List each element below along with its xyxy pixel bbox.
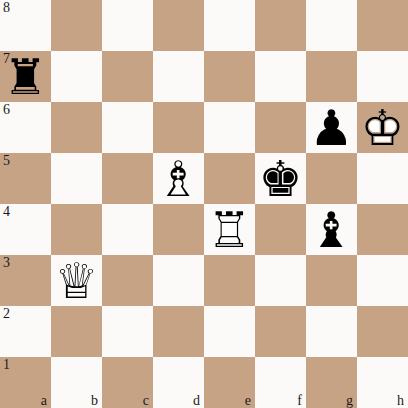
square-d2[interactable] bbox=[153, 306, 204, 357]
square-c8[interactable] bbox=[102, 0, 153, 51]
square-c4[interactable] bbox=[102, 204, 153, 255]
white-queen-piece[interactable]: ♛♕ bbox=[51, 255, 102, 306]
square-g7[interactable] bbox=[306, 51, 357, 102]
file-label-a: a bbox=[41, 393, 47, 408]
file-label-h: h bbox=[397, 393, 404, 408]
square-b1[interactable]: b bbox=[51, 357, 102, 408]
square-e4[interactable]: ♜♖ bbox=[204, 204, 255, 255]
file-label-b: b bbox=[91, 393, 98, 408]
square-d4[interactable] bbox=[153, 204, 204, 255]
white-bishop-piece[interactable]: ♝♗ bbox=[153, 153, 204, 204]
square-a5[interactable]: 5 bbox=[0, 153, 51, 204]
rank-label-3: 3 bbox=[3, 255, 10, 271]
square-g6[interactable]: ♟ bbox=[306, 102, 357, 153]
file-label-e: e bbox=[245, 393, 251, 408]
square-f1[interactable]: f bbox=[255, 357, 306, 408]
square-c6[interactable] bbox=[102, 102, 153, 153]
square-a7[interactable]: 7♜ bbox=[0, 51, 51, 102]
square-e3[interactable] bbox=[204, 255, 255, 306]
file-label-g: g bbox=[346, 393, 353, 408]
square-e8[interactable] bbox=[204, 0, 255, 51]
file-label-d: d bbox=[193, 393, 200, 408]
black-bishop-piece[interactable]: ♝ bbox=[306, 204, 357, 255]
square-b2[interactable] bbox=[51, 306, 102, 357]
rank-label-7: 7 bbox=[3, 51, 10, 67]
square-d6[interactable] bbox=[153, 102, 204, 153]
square-a1[interactable]: 1a bbox=[0, 357, 51, 408]
square-a8[interactable]: 8 bbox=[0, 0, 51, 51]
square-g1[interactable]: g bbox=[306, 357, 357, 408]
file-label-f: f bbox=[297, 393, 302, 408]
white-queen-icon: ♕ bbox=[51, 255, 102, 306]
square-a4[interactable]: 4 bbox=[0, 204, 51, 255]
square-b8[interactable] bbox=[51, 0, 102, 51]
square-e6[interactable] bbox=[204, 102, 255, 153]
square-a6[interactable]: 6 bbox=[0, 102, 51, 153]
square-e5[interactable] bbox=[204, 153, 255, 204]
square-a3[interactable]: 3 bbox=[0, 255, 51, 306]
white-bishop-icon: ♗ bbox=[153, 153, 204, 204]
rank-label-5: 5 bbox=[3, 153, 10, 169]
square-c2[interactable] bbox=[102, 306, 153, 357]
file-label-c: c bbox=[143, 393, 149, 408]
square-c3[interactable] bbox=[102, 255, 153, 306]
square-b6[interactable] bbox=[51, 102, 102, 153]
square-h2[interactable] bbox=[357, 306, 408, 357]
square-f5[interactable]: ♚ bbox=[255, 153, 306, 204]
square-g2[interactable] bbox=[306, 306, 357, 357]
rank-label-6: 6 bbox=[3, 102, 10, 118]
square-c7[interactable] bbox=[102, 51, 153, 102]
square-f6[interactable] bbox=[255, 102, 306, 153]
rank-label-1: 1 bbox=[3, 357, 10, 373]
square-g8[interactable] bbox=[306, 0, 357, 51]
rank-label-4: 4 bbox=[3, 204, 10, 220]
square-d3[interactable] bbox=[153, 255, 204, 306]
rank-label-8: 8 bbox=[3, 0, 10, 16]
square-e2[interactable] bbox=[204, 306, 255, 357]
chess-board: 87♜6♟♚♔5♝♗♚4♜♖♝3♛♕21abcdefgh bbox=[0, 0, 408, 408]
square-h7[interactable] bbox=[357, 51, 408, 102]
square-g5[interactable] bbox=[306, 153, 357, 204]
square-h5[interactable] bbox=[357, 153, 408, 204]
square-d5[interactable]: ♝♗ bbox=[153, 153, 204, 204]
white-rook-icon: ♖ bbox=[204, 204, 255, 255]
square-e1[interactable]: e bbox=[204, 357, 255, 408]
square-b4[interactable] bbox=[51, 204, 102, 255]
square-b3[interactable]: ♛♕ bbox=[51, 255, 102, 306]
square-f3[interactable] bbox=[255, 255, 306, 306]
square-f4[interactable] bbox=[255, 204, 306, 255]
square-h6[interactable]: ♚♔ bbox=[357, 102, 408, 153]
black-pawn-icon: ♟ bbox=[306, 102, 357, 153]
square-f2[interactable] bbox=[255, 306, 306, 357]
square-c5[interactable] bbox=[102, 153, 153, 204]
black-king-piece[interactable]: ♚ bbox=[255, 153, 306, 204]
square-a2[interactable]: 2 bbox=[0, 306, 51, 357]
square-f8[interactable] bbox=[255, 0, 306, 51]
black-bishop-icon: ♝ bbox=[306, 204, 357, 255]
square-g3[interactable] bbox=[306, 255, 357, 306]
black-king-icon: ♚ bbox=[255, 153, 306, 204]
white-rook-piece[interactable]: ♜♖ bbox=[204, 204, 255, 255]
rank-label-2: 2 bbox=[3, 306, 10, 322]
black-pawn-piece[interactable]: ♟ bbox=[306, 102, 357, 153]
white-king-icon: ♔ bbox=[357, 102, 408, 153]
white-king-piece[interactable]: ♚♔ bbox=[357, 102, 408, 153]
square-b7[interactable] bbox=[51, 51, 102, 102]
square-d7[interactable] bbox=[153, 51, 204, 102]
square-g4[interactable]: ♝ bbox=[306, 204, 357, 255]
square-h3[interactable] bbox=[357, 255, 408, 306]
square-h4[interactable] bbox=[357, 204, 408, 255]
square-d1[interactable]: d bbox=[153, 357, 204, 408]
square-f7[interactable] bbox=[255, 51, 306, 102]
square-e7[interactable] bbox=[204, 51, 255, 102]
square-d8[interactable] bbox=[153, 0, 204, 51]
square-h8[interactable] bbox=[357, 0, 408, 51]
square-b5[interactable] bbox=[51, 153, 102, 204]
square-h1[interactable]: h bbox=[357, 357, 408, 408]
square-c1[interactable]: c bbox=[102, 357, 153, 408]
